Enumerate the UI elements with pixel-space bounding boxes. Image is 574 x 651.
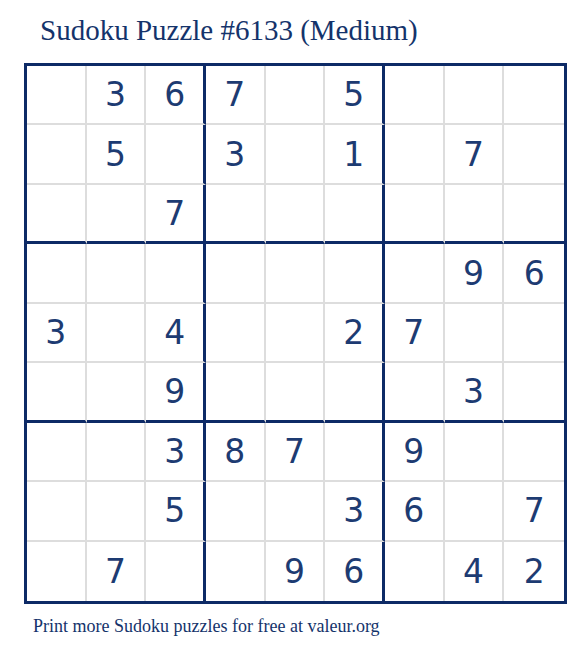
cell-r3c9[interactable]	[504, 185, 564, 244]
cell-r1c9[interactable]	[504, 66, 564, 125]
cell-r7c5[interactable]: 7	[266, 423, 326, 482]
cell-r1c2[interactable]: 3	[87, 66, 147, 125]
cell-r8c3[interactable]: 5	[146, 482, 206, 541]
cell-r5c5[interactable]	[266, 304, 326, 363]
cell-r5c9[interactable]	[504, 304, 564, 363]
cell-r5c3[interactable]: 4	[146, 304, 206, 363]
cell-r3c4[interactable]	[206, 185, 266, 244]
cell-r9c9[interactable]: 2	[504, 542, 564, 601]
cell-r9c2[interactable]: 7	[87, 542, 147, 601]
cell-r2c3[interactable]	[146, 125, 206, 184]
cell-r7c6[interactable]	[325, 423, 385, 482]
cell-r8c8[interactable]	[445, 482, 505, 541]
cell-r7c7[interactable]: 9	[385, 423, 445, 482]
cell-r7c3[interactable]: 3	[146, 423, 206, 482]
cell-r6c8[interactable]: 3	[445, 363, 505, 422]
cell-r6c1[interactable]	[27, 363, 87, 422]
cell-r4c1[interactable]	[27, 244, 87, 303]
cell-r8c4[interactable]	[206, 482, 266, 541]
cell-r7c8[interactable]	[445, 423, 505, 482]
cell-r4c4[interactable]	[206, 244, 266, 303]
cell-r3c8[interactable]	[445, 185, 505, 244]
cell-r3c2[interactable]	[87, 185, 147, 244]
cell-r2c7[interactable]	[385, 125, 445, 184]
cell-r5c4[interactable]	[206, 304, 266, 363]
cell-r3c5[interactable]	[266, 185, 326, 244]
cell-r6c5[interactable]	[266, 363, 326, 422]
cell-r4c8[interactable]: 9	[445, 244, 505, 303]
footer-text: Print more Sudoku puzzles for free at va…	[33, 616, 380, 638]
cell-r9c8[interactable]: 4	[445, 542, 505, 601]
cell-r4c6[interactable]	[325, 244, 385, 303]
cell-r8c5[interactable]	[266, 482, 326, 541]
page-title: Sudoku Puzzle #6133 (Medium)	[40, 16, 418, 45]
cell-r6c7[interactable]	[385, 363, 445, 422]
cell-r2c2[interactable]: 5	[87, 125, 147, 184]
cell-r3c7[interactable]	[385, 185, 445, 244]
cell-r2c4[interactable]: 3	[206, 125, 266, 184]
cell-r2c5[interactable]	[266, 125, 326, 184]
cell-r2c8[interactable]: 7	[445, 125, 505, 184]
cell-r8c7[interactable]: 6	[385, 482, 445, 541]
cell-r5c1[interactable]: 3	[27, 304, 87, 363]
cell-r3c6[interactable]	[325, 185, 385, 244]
cell-r1c8[interactable]	[445, 66, 505, 125]
cell-r8c6[interactable]: 3	[325, 482, 385, 541]
cell-r7c9[interactable]	[504, 423, 564, 482]
cell-r7c4[interactable]: 8	[206, 423, 266, 482]
cell-r3c1[interactable]	[27, 185, 87, 244]
cell-r9c4[interactable]	[206, 542, 266, 601]
cell-r9c6[interactable]: 6	[325, 542, 385, 601]
cell-r1c3[interactable]: 6	[146, 66, 206, 125]
cell-r8c1[interactable]	[27, 482, 87, 541]
cell-r5c2[interactable]	[87, 304, 147, 363]
cell-r8c9[interactable]: 7	[504, 482, 564, 541]
cell-r1c1[interactable]	[27, 66, 87, 125]
cell-r1c5[interactable]	[266, 66, 326, 125]
cell-r2c6[interactable]: 1	[325, 125, 385, 184]
cell-r2c9[interactable]	[504, 125, 564, 184]
cell-r3c3[interactable]: 7	[146, 185, 206, 244]
cell-r7c1[interactable]	[27, 423, 87, 482]
cell-r6c9[interactable]	[504, 363, 564, 422]
cell-r6c4[interactable]	[206, 363, 266, 422]
cell-r9c3[interactable]	[146, 542, 206, 601]
cell-r9c1[interactable]	[27, 542, 87, 601]
cell-r5c8[interactable]	[445, 304, 505, 363]
cell-r4c3[interactable]	[146, 244, 206, 303]
cell-r2c1[interactable]	[27, 125, 87, 184]
cell-r4c2[interactable]	[87, 244, 147, 303]
cell-r8c2[interactable]	[87, 482, 147, 541]
cell-r1c7[interactable]	[385, 66, 445, 125]
cell-r1c6[interactable]: 5	[325, 66, 385, 125]
sudoku-grid: 367553177963427933879536779642	[24, 63, 567, 604]
cell-r1c4[interactable]: 7	[206, 66, 266, 125]
cell-r9c5[interactable]: 9	[266, 542, 326, 601]
cell-r6c2[interactable]	[87, 363, 147, 422]
cell-r5c7[interactable]: 7	[385, 304, 445, 363]
cell-r6c3[interactable]: 9	[146, 363, 206, 422]
cell-r6c6[interactable]	[325, 363, 385, 422]
cell-r4c5[interactable]	[266, 244, 326, 303]
cell-r4c7[interactable]	[385, 244, 445, 303]
cell-r4c9[interactable]: 6	[504, 244, 564, 303]
cell-r5c6[interactable]: 2	[325, 304, 385, 363]
cell-r9c7[interactable]	[385, 542, 445, 601]
cell-r7c2[interactable]	[87, 423, 147, 482]
